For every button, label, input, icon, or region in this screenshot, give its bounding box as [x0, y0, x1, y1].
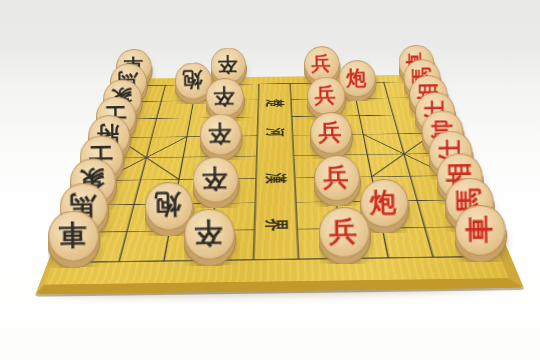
piece-character: 兵	[310, 112, 350, 152]
piece-character: 卒	[199, 113, 239, 153]
piece-red-soldier[interactable]: 兵	[319, 206, 368, 263]
piece-red-soldier[interactable]: 兵	[314, 154, 358, 205]
piece-character: 兵	[304, 46, 338, 80]
piece-character: 兵	[319, 206, 368, 255]
piece-red-soldier[interactable]: 兵	[310, 112, 350, 158]
piece-character: 兵	[314, 154, 358, 198]
piece-black-soldier[interactable]: 卒	[199, 113, 239, 159]
river-character: 楚	[264, 99, 285, 108]
piece-character: 卒	[205, 78, 242, 115]
piece-character: 卒	[183, 208, 232, 257]
piece-black-soldier[interactable]: 卒	[192, 156, 236, 207]
piece-character: 車	[48, 210, 97, 259]
photo-scene: 楚河漢界 車馬象士將士象馬車炮炮卒卒卒卒卒兵兵兵兵兵炮炮車馬相仕帥仕相馬車	[0, 0, 540, 360]
piece-character: 兵	[307, 76, 344, 113]
piece-black-soldier[interactable]: 卒	[183, 208, 232, 265]
piece-character: 車	[454, 205, 503, 254]
xiangqi-board[interactable]: 楚河漢界 車馬象士將士象馬車炮炮卒卒卒卒卒兵兵兵兵兵炮炮車馬相仕帥仕相馬車	[35, 74, 523, 294]
piece-black-chariot[interactable]: 車	[48, 210, 97, 267]
perspective-wrapper: 楚河漢界 車馬象士將士象馬車炮炮卒卒卒卒卒兵兵兵兵兵炮炮車馬相仕帥仕相馬車	[0, 0, 540, 360]
piece-character: 卒	[192, 156, 236, 200]
river-character: 河	[264, 127, 287, 137]
piece-character: 卒	[210, 47, 244, 81]
piece-red-chariot[interactable]: 車	[454, 205, 503, 262]
